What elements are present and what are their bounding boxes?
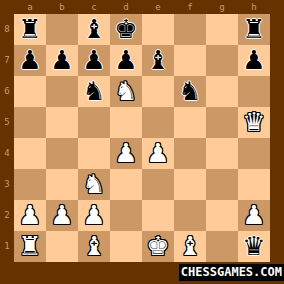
file-label-b: b [46, 0, 78, 15]
square-b4 [46, 138, 78, 169]
square-e7: ♝ [142, 45, 174, 76]
square-b1 [46, 231, 78, 262]
piece-black-rook-h8: ♜ [238, 14, 270, 45]
square-d5 [110, 107, 142, 138]
chessboard-frame: abcdefgh 87654321 ♜♝♚♜♟♟♟♟♝♟♞♞♞♛♟♟♞♟♟♟♟♜… [0, 0, 284, 284]
square-b8 [46, 14, 78, 45]
square-f7 [174, 45, 206, 76]
rank-labels: 87654321 [0, 14, 14, 262]
file-label-f: f [174, 0, 206, 15]
square-a5 [14, 107, 46, 138]
chessboard: ♜♝♚♜♟♟♟♟♝♟♞♞♞♛♟♟♞♟♟♟♟♜♝♚♝♛ [14, 14, 270, 262]
square-h5: ♛ [238, 107, 270, 138]
file-label-e: e [142, 0, 174, 15]
rank-label-4: 4 [0, 138, 14, 169]
piece-white-pawn-h2: ♟ [238, 200, 270, 231]
piece-black-pawn-c7: ♟ [78, 45, 110, 76]
square-c3: ♞ [78, 169, 110, 200]
square-a8: ♜ [14, 14, 46, 45]
rank-label-7: 7 [0, 45, 14, 76]
square-d2 [110, 200, 142, 231]
piece-white-pawn-c2: ♟ [78, 200, 110, 231]
square-c1: ♝ [78, 231, 110, 262]
piece-black-pawn-d7: ♟ [110, 45, 142, 76]
square-a2: ♟ [14, 200, 46, 231]
square-g6 [206, 76, 238, 107]
file-label-h: h [238, 0, 270, 15]
rank-label-5: 5 [0, 107, 14, 138]
square-c4 [78, 138, 110, 169]
square-g1 [206, 231, 238, 262]
square-b3 [46, 169, 78, 200]
file-label-d: d [110, 0, 142, 15]
square-b7: ♟ [46, 45, 78, 76]
square-c7: ♟ [78, 45, 110, 76]
square-b6 [46, 76, 78, 107]
piece-black-rook-a8: ♜ [14, 14, 46, 45]
square-a7: ♟ [14, 45, 46, 76]
square-g8 [206, 14, 238, 45]
square-h2: ♟ [238, 200, 270, 231]
piece-white-knight-d6: ♞ [110, 76, 142, 107]
square-e2 [142, 200, 174, 231]
square-g3 [206, 169, 238, 200]
square-e5 [142, 107, 174, 138]
rank-label-8: 8 [0, 14, 14, 45]
square-h4 [238, 138, 270, 169]
square-d8: ♚ [110, 14, 142, 45]
piece-black-king-d8: ♚ [110, 14, 142, 45]
piece-white-pawn-a2: ♟ [14, 200, 46, 231]
square-c6: ♞ [78, 76, 110, 107]
piece-white-king-e1: ♚ [142, 231, 174, 262]
square-e6 [142, 76, 174, 107]
piece-black-queen-h1: ♛ [238, 231, 270, 262]
piece-white-bishop-f1: ♝ [174, 231, 206, 262]
piece-black-bishop-e7: ♝ [142, 45, 174, 76]
piece-black-knight-c6: ♞ [78, 76, 110, 107]
square-f4 [174, 138, 206, 169]
square-e8 [142, 14, 174, 45]
rank-label-6: 6 [0, 76, 14, 107]
file-label-c: c [78, 0, 110, 15]
square-d3 [110, 169, 142, 200]
square-f6: ♞ [174, 76, 206, 107]
square-c8: ♝ [78, 14, 110, 45]
piece-white-knight-c3: ♞ [78, 169, 110, 200]
square-d7: ♟ [110, 45, 142, 76]
square-f8 [174, 14, 206, 45]
piece-black-pawn-a7: ♟ [14, 45, 46, 76]
square-f5 [174, 107, 206, 138]
piece-black-knight-f6: ♞ [174, 76, 206, 107]
square-h3 [238, 169, 270, 200]
square-a3 [14, 169, 46, 200]
square-f2 [174, 200, 206, 231]
square-d6: ♞ [110, 76, 142, 107]
square-e1: ♚ [142, 231, 174, 262]
square-c5 [78, 107, 110, 138]
file-label-g: g [206, 0, 238, 15]
piece-white-pawn-d4: ♟ [110, 138, 142, 169]
square-e3 [142, 169, 174, 200]
square-d1 [110, 231, 142, 262]
square-g4 [206, 138, 238, 169]
square-g7 [206, 45, 238, 76]
square-h8: ♜ [238, 14, 270, 45]
rank-label-3: 3 [0, 169, 14, 200]
square-f1: ♝ [174, 231, 206, 262]
piece-white-bishop-c1: ♝ [78, 231, 110, 262]
piece-black-bishop-c8: ♝ [78, 14, 110, 45]
square-g5 [206, 107, 238, 138]
square-g2 [206, 200, 238, 231]
square-e4: ♟ [142, 138, 174, 169]
square-b5 [46, 107, 78, 138]
watermark-chessgames: CHESSGAMES.COM [179, 264, 284, 281]
square-a4 [14, 138, 46, 169]
square-h7: ♟ [238, 45, 270, 76]
square-h1: ♛ [238, 231, 270, 262]
piece-white-pawn-e4: ♟ [142, 138, 174, 169]
square-b2: ♟ [46, 200, 78, 231]
rank-label-2: 2 [0, 200, 14, 231]
rank-label-1: 1 [0, 231, 14, 262]
piece-white-rook-a1: ♜ [14, 231, 46, 262]
square-h6 [238, 76, 270, 107]
piece-white-pawn-b2: ♟ [46, 200, 78, 231]
file-labels: abcdefgh [14, 0, 270, 14]
square-f3 [174, 169, 206, 200]
piece-black-pawn-b7: ♟ [46, 45, 78, 76]
square-c2: ♟ [78, 200, 110, 231]
square-a6 [14, 76, 46, 107]
square-d4: ♟ [110, 138, 142, 169]
square-a1: ♜ [14, 231, 46, 262]
piece-white-queen-h5: ♛ [238, 107, 270, 138]
file-label-a: a [14, 0, 46, 15]
piece-black-pawn-h7: ♟ [238, 45, 270, 76]
